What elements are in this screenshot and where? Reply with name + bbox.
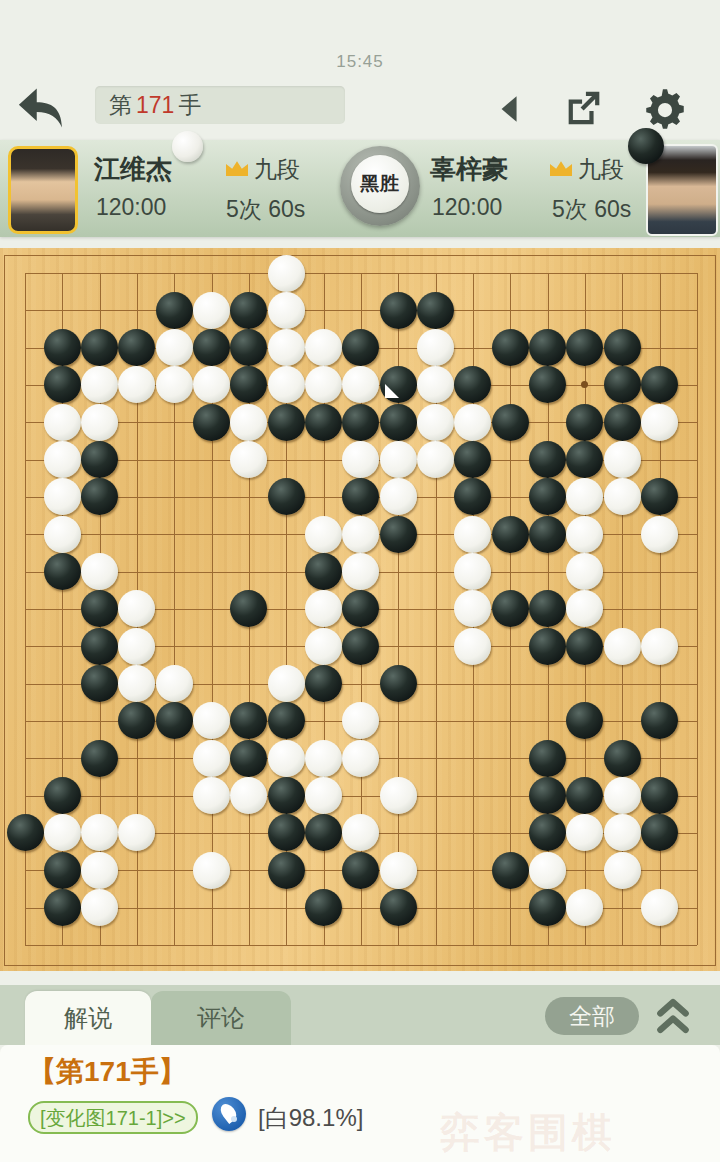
- gear-icon: [640, 84, 690, 134]
- stone-black: [305, 553, 342, 590]
- stone-white: [44, 814, 81, 851]
- left-player-main-time: 120:00: [96, 194, 166, 221]
- win-rate-text: [白98.1%]: [258, 1102, 363, 1134]
- right-crown-icon: [550, 160, 572, 176]
- stone-white: [305, 628, 342, 665]
- right-player-name: 辜梓豪: [430, 152, 508, 187]
- stone-black: [268, 478, 305, 515]
- grid-line: [697, 273, 698, 945]
- stone-black: [342, 628, 379, 665]
- left-crown-icon: [226, 160, 248, 176]
- stone-black: [230, 740, 267, 777]
- left-player-byoyomi: 5次 60s: [226, 194, 305, 225]
- share-button[interactable]: [560, 86, 608, 132]
- game-result-badge: 黑胜: [340, 146, 420, 226]
- stone-black: [268, 777, 305, 814]
- grid-line: [25, 945, 697, 946]
- all-filter-button[interactable]: 全部: [545, 997, 639, 1035]
- stone-white: [380, 441, 417, 478]
- stone-black: [529, 628, 566, 665]
- move-indicator-number: 171: [136, 92, 174, 119]
- last-move-triangle-marker: [385, 384, 399, 398]
- move-heading: 【第171手】: [28, 1053, 187, 1091]
- back-arrow-icon: [14, 84, 66, 132]
- stone-white: [44, 441, 81, 478]
- stone-black: [305, 889, 342, 926]
- stone-black: [604, 366, 641, 403]
- stone-white: [268, 292, 305, 329]
- variation-link[interactable]: [变化图171-1]>>: [28, 1101, 198, 1134]
- go-board[interactable]: [0, 248, 720, 971]
- stone-white: [268, 255, 305, 292]
- stone-white: [641, 516, 678, 553]
- stone-white: [305, 516, 342, 553]
- stone-black: [44, 553, 81, 590]
- stone-black: [529, 329, 566, 366]
- right-player-rank: 九段: [578, 154, 624, 185]
- stone-white: [81, 889, 118, 926]
- stone-white: [417, 404, 454, 441]
- stone-white: [604, 478, 641, 515]
- stone-black: [492, 329, 529, 366]
- stone-black: [492, 516, 529, 553]
- stone-black: [604, 740, 641, 777]
- stone-white: [417, 329, 454, 366]
- stone-white: [342, 740, 379, 777]
- stone-white: [305, 777, 342, 814]
- stone-white: [380, 852, 417, 889]
- left-player-name: 江维杰: [94, 152, 172, 187]
- stone-black: [529, 740, 566, 777]
- stone-white: [81, 852, 118, 889]
- stone-black: [529, 889, 566, 926]
- stone-white: [193, 852, 230, 889]
- stone-white: [380, 478, 417, 515]
- move-indicator: 第 171 手: [95, 86, 345, 124]
- stone-black: [268, 814, 305, 851]
- stone-black: [305, 665, 342, 702]
- left-player-rank: 九段: [254, 154, 300, 185]
- stone-white: [268, 665, 305, 702]
- stone-white: [305, 329, 342, 366]
- stone-white: [268, 329, 305, 366]
- stone-black: [380, 404, 417, 441]
- stone-black: [156, 702, 193, 739]
- stone-black: [44, 329, 81, 366]
- tab-comments[interactable]: 评论: [151, 991, 291, 1045]
- stone-white: [641, 404, 678, 441]
- stone-white: [604, 814, 641, 851]
- right-player-byoyomi: 5次 60s: [552, 194, 631, 225]
- stone-black: [529, 441, 566, 478]
- stone-black: [81, 740, 118, 777]
- stone-black: [81, 628, 118, 665]
- stone-white: [529, 852, 566, 889]
- stone-white: [454, 628, 491, 665]
- stone-white: [81, 553, 118, 590]
- stone-white: [604, 852, 641, 889]
- stone-black: [268, 404, 305, 441]
- tab-commentary[interactable]: 解说: [25, 991, 151, 1045]
- stone-white: [193, 740, 230, 777]
- left-player-avatar[interactable]: [8, 146, 78, 234]
- stone-black: [305, 404, 342, 441]
- stone-white: [305, 740, 342, 777]
- previous-move-icon: [497, 94, 519, 124]
- double-chevron-up-icon: [652, 997, 694, 1035]
- black-color-indicator-stone: [628, 128, 664, 164]
- bottom-tab-bar: 解说 评论 全部: [0, 985, 720, 1045]
- stone-white: [380, 777, 417, 814]
- stone-black: [604, 404, 641, 441]
- stone-black: [44, 777, 81, 814]
- stone-white: [641, 889, 678, 926]
- stone-white: [342, 516, 379, 553]
- stone-white: [156, 665, 193, 702]
- stone-black: [380, 516, 417, 553]
- stone-black: [81, 665, 118, 702]
- stone-black: [529, 777, 566, 814]
- app-screen: 15:45 第 171 手 江维杰 九段 120:00 5次 60s 黑胜 辜梓…: [0, 0, 720, 1162]
- move-indicator-suffix: 手: [178, 90, 201, 121]
- stone-white: [156, 329, 193, 366]
- stone-black: [492, 404, 529, 441]
- settings-button[interactable]: [640, 84, 690, 134]
- stone-black: [380, 889, 417, 926]
- stone-black: [44, 852, 81, 889]
- stone-white: [604, 628, 641, 665]
- stone-white: [454, 516, 491, 553]
- stone-black: [566, 628, 603, 665]
- stone-black: [417, 292, 454, 329]
- stone-black: [193, 404, 230, 441]
- stone-white: [81, 404, 118, 441]
- collapse-button[interactable]: [652, 997, 694, 1035]
- stone-white: [454, 404, 491, 441]
- previous-move-button[interactable]: [497, 94, 519, 124]
- stone-white: [193, 292, 230, 329]
- stone-black: [529, 516, 566, 553]
- stone-white: [268, 740, 305, 777]
- stone-white: [417, 441, 454, 478]
- stone-white: [641, 628, 678, 665]
- stone-black: [641, 777, 678, 814]
- app-logo-icon: [212, 1097, 246, 1131]
- stone-black: [604, 329, 641, 366]
- stone-black: [7, 814, 44, 851]
- stone-white: [193, 777, 230, 814]
- commentary-panel: 【第171手】 [变化图171-1]>> [白98.1%] 弈客围棋: [0, 1045, 720, 1162]
- stone-white: [604, 441, 641, 478]
- stone-black: [342, 852, 379, 889]
- player-info-bar: 江维杰 九段 120:00 5次 60s 黑胜 辜梓豪 九段 120:00 5次…: [0, 140, 720, 237]
- stone-black: [44, 889, 81, 926]
- stone-white: [44, 516, 81, 553]
- stone-black: [268, 702, 305, 739]
- right-player-main-time: 120:00: [432, 194, 502, 221]
- share-icon: [560, 86, 608, 132]
- stone-black: [492, 852, 529, 889]
- stone-black: [492, 590, 529, 627]
- stone-black: [156, 292, 193, 329]
- stone-white: [44, 404, 81, 441]
- stone-white: [604, 777, 641, 814]
- stone-white: [566, 516, 603, 553]
- game-result-text: 黑胜: [351, 155, 409, 213]
- white-color-indicator-stone: [172, 131, 203, 162]
- stone-black: [380, 665, 417, 702]
- move-indicator-prefix: 第: [109, 90, 132, 121]
- watermark: 弈客围棋: [440, 1105, 616, 1160]
- stone-black: [268, 852, 305, 889]
- status-bar-time: 15:45: [0, 52, 720, 72]
- stone-black: [380, 292, 417, 329]
- back-button[interactable]: [14, 84, 66, 132]
- stone-black: [566, 404, 603, 441]
